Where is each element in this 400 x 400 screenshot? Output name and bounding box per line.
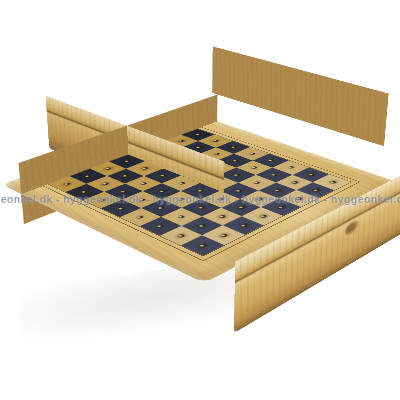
product-photo-canvas: ♜♞♝♛♚♝♞♜♟♟♟♟♟♟♟♟♟♟♟♟♟♟♟♟♜♞♝♛♚♝♞♜ hyggeon…: [0, 0, 400, 400]
watermark-text: hyggeonkel.dk - hyggeonkel.dk - hyggeonk…: [0, 193, 400, 208]
piece-glyph: ♟: [70, 162, 98, 194]
piece-glyph: ♜: [184, 206, 221, 247]
